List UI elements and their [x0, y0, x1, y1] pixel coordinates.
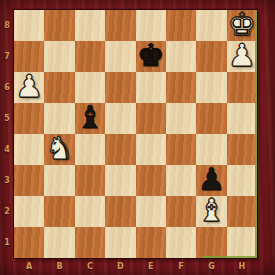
rank-labels: 87654321: [0, 10, 14, 258]
square-d4[interactable]: [105, 134, 135, 165]
white-pawn[interactable]: ♟: [228, 40, 256, 71]
square-d2[interactable]: [105, 196, 135, 227]
file-label-d: D: [105, 258, 135, 275]
square-h3[interactable]: [227, 165, 257, 196]
square-b1[interactable]: [44, 227, 74, 258]
square-g8[interactable]: [196, 10, 226, 41]
square-f4[interactable]: [166, 134, 196, 165]
square-a2[interactable]: [14, 196, 44, 227]
square-g5[interactable]: [196, 103, 226, 134]
square-h4[interactable]: [227, 134, 257, 165]
square-d7[interactable]: [105, 41, 135, 72]
square-a3[interactable]: [14, 165, 44, 196]
rank-label-2: 2: [0, 196, 14, 227]
square-g2[interactable]: ♝: [196, 196, 226, 227]
black-pawn[interactable]: ♟: [198, 164, 226, 195]
square-d3[interactable]: [105, 165, 135, 196]
rank-label-8: 8: [0, 10, 14, 41]
file-label-f: F: [166, 258, 196, 275]
square-b3[interactable]: [44, 165, 74, 196]
board-edge-highlight-right: [255, 10, 257, 258]
square-h2[interactable]: [227, 196, 257, 227]
square-f8[interactable]: [166, 10, 196, 41]
square-e1[interactable]: [136, 227, 166, 258]
square-c8[interactable]: [75, 10, 105, 41]
square-a4[interactable]: [14, 134, 44, 165]
square-c2[interactable]: [75, 196, 105, 227]
square-h6[interactable]: [227, 72, 257, 103]
square-b2[interactable]: [44, 196, 74, 227]
square-a1[interactable]: [14, 227, 44, 258]
square-h5[interactable]: [227, 103, 257, 134]
square-b6[interactable]: [44, 72, 74, 103]
white-pawn[interactable]: ♟: [15, 71, 43, 102]
file-label-b: B: [44, 258, 74, 275]
file-labels: ABCDEFGH: [14, 258, 257, 275]
square-e7[interactable]: ♚: [136, 41, 166, 72]
square-g6[interactable]: [196, 72, 226, 103]
square-f7[interactable]: [166, 41, 196, 72]
square-h1[interactable]: [227, 227, 257, 258]
square-c5[interactable]: ♝: [75, 103, 105, 134]
file-label-h: H: [227, 258, 257, 275]
square-f1[interactable]: [166, 227, 196, 258]
white-king[interactable]: ♚: [228, 9, 256, 40]
square-e5[interactable]: [136, 103, 166, 134]
rank-label-6: 6: [0, 72, 14, 103]
rank-label-5: 5: [0, 103, 14, 134]
square-e2[interactable]: [136, 196, 166, 227]
square-b4[interactable]: ♞: [44, 134, 74, 165]
square-a6[interactable]: ♟: [14, 72, 44, 103]
file-label-a: A: [14, 258, 44, 275]
square-c7[interactable]: [75, 41, 105, 72]
chess-board: ♚♚♟♟♝♞♟♝: [14, 10, 257, 258]
black-king[interactable]: ♚: [137, 40, 165, 71]
square-e3[interactable]: [136, 165, 166, 196]
square-f3[interactable]: [166, 165, 196, 196]
square-c1[interactable]: [75, 227, 105, 258]
square-a8[interactable]: [14, 10, 44, 41]
file-label-g: G: [196, 258, 226, 275]
square-f6[interactable]: [166, 72, 196, 103]
white-knight[interactable]: ♞: [46, 133, 74, 164]
rank-label-3: 3: [0, 165, 14, 196]
square-c3[interactable]: [75, 165, 105, 196]
square-d1[interactable]: [105, 227, 135, 258]
square-d8[interactable]: [105, 10, 135, 41]
rank-label-4: 4: [0, 134, 14, 165]
square-c4[interactable]: [75, 134, 105, 165]
board-edge-highlight-bottom: [202, 256, 257, 258]
file-label-c: C: [75, 258, 105, 275]
square-e4[interactable]: [136, 134, 166, 165]
square-a5[interactable]: [14, 103, 44, 134]
square-d5[interactable]: [105, 103, 135, 134]
square-b8[interactable]: [44, 10, 74, 41]
file-label-e: E: [136, 258, 166, 275]
square-e6[interactable]: [136, 72, 166, 103]
square-h7[interactable]: ♟: [227, 41, 257, 72]
board-frame: ♚♚♟♟♝♞♟♝ 87654321 ABCDEFGH: [0, 0, 275, 275]
square-b7[interactable]: [44, 41, 74, 72]
square-g1[interactable]: [196, 227, 226, 258]
square-f2[interactable]: [166, 196, 196, 227]
square-g7[interactable]: [196, 41, 226, 72]
black-bishop[interactable]: ♝: [76, 102, 104, 133]
square-d6[interactable]: [105, 72, 135, 103]
square-f5[interactable]: [166, 103, 196, 134]
white-bishop[interactable]: ♝: [198, 195, 226, 226]
rank-label-1: 1: [0, 227, 14, 258]
rank-label-7: 7: [0, 41, 14, 72]
